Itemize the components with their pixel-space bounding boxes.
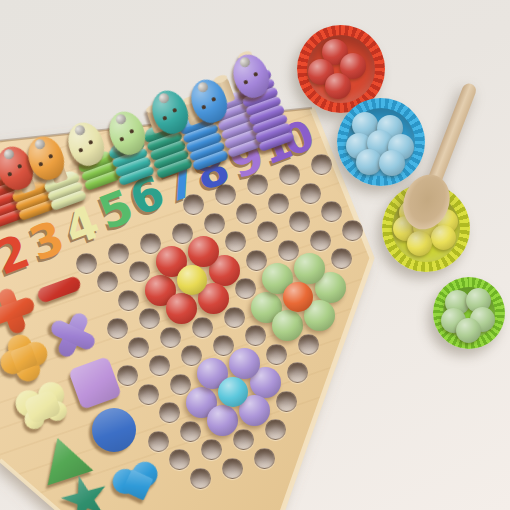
silicone-cup-green[interactable] [433,277,505,349]
peg-hole [149,355,170,376]
wooden-ball-yellow[interactable] [431,225,456,250]
peg-hole [257,221,278,242]
wooden-ball-red[interactable] [325,73,351,99]
flower-petal-bead[interactable] [294,253,325,284]
shape-piece-circle[interactable] [90,406,138,454]
peg-hole [245,325,266,346]
peg-hole [266,344,287,365]
peg-hole [276,391,297,412]
peg-hole [138,384,159,405]
peg-hole [170,374,191,395]
peg-hole [321,201,342,222]
peg-hole [190,468,211,489]
wooden-ball-blue[interactable] [379,150,405,176]
peg-hole [97,271,118,292]
peg-hole [128,337,149,358]
peg-hole [310,230,331,251]
peg-hole [236,203,257,224]
peg-hole [192,317,213,338]
peg-hole [181,345,202,366]
peg-hole [213,335,234,356]
peg-hole [224,307,245,328]
flower-petal-bead[interactable] [229,348,260,379]
peg-hole [331,248,352,269]
peg-hole [201,439,222,460]
peg-hole [180,421,201,442]
peg-hole [289,211,310,232]
shape-part [36,275,82,304]
peg-hole [287,362,308,383]
peg-hole [298,334,319,355]
peg-hole [265,419,286,440]
peg-hole [246,250,267,271]
peg-hole [235,278,256,299]
peg-hole [140,233,161,254]
peg-hole [159,402,180,423]
peg-hole [160,327,181,348]
peg-hole [172,223,193,244]
wooden-ball-green[interactable] [456,318,481,343]
peg-hole [233,429,254,450]
peg-hole [139,308,160,329]
peg-hole [222,458,243,479]
peg-hole [118,290,139,311]
flower-petal-bead[interactable] [166,293,197,324]
peg-hole [129,261,150,282]
peg-hole [268,193,289,214]
flower-center-bead[interactable] [218,377,248,407]
peg-hole [225,231,246,252]
flower-center-bead[interactable] [283,282,313,312]
peg-hole [148,431,169,452]
peg-hole [204,213,225,234]
peg-hole [108,243,129,264]
flower-petal-bead[interactable] [188,236,219,267]
flower-petal-bead[interactable] [207,405,238,436]
flower-center-bead[interactable] [177,265,207,295]
toy-scene: 2345678910 [0,0,510,510]
peg-hole [107,318,128,339]
wooden-ball-yellow[interactable] [407,231,432,256]
peg-hole [278,240,299,261]
peg-hole [254,448,275,469]
peg-hole [342,220,363,241]
peg-hole [169,449,190,470]
peg-hole [300,183,321,204]
silicone-cup-blue[interactable] [337,98,425,186]
shape-part [92,408,136,452]
flower-petal-bead[interactable] [272,310,303,341]
